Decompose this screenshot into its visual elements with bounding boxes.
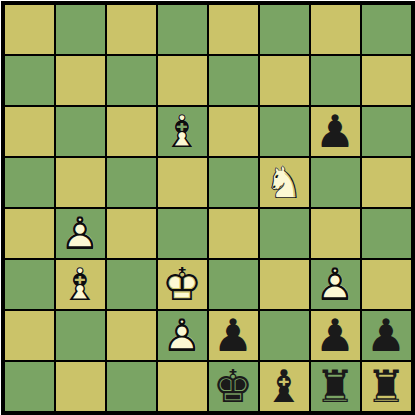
black-piece-glyph: ♚ — [209, 362, 258, 411]
square-c1[interactable] — [107, 362, 156, 411]
square-g1[interactable]: ♜ — [311, 362, 360, 411]
white-piece-outline-glyph: ♗ — [158, 107, 207, 156]
square-e3[interactable] — [209, 260, 258, 309]
square-a3[interactable] — [5, 260, 54, 309]
square-b5[interactable] — [56, 158, 105, 207]
white-piece-outline-glyph: ♙ — [311, 260, 360, 309]
square-g6[interactable]: ♟ — [311, 107, 360, 156]
black-piece-glyph: ♜ — [311, 362, 360, 411]
square-f8[interactable] — [260, 5, 309, 54]
square-c7[interactable] — [107, 56, 156, 105]
piece-black-pawn[interactable]: ♟ — [362, 311, 411, 360]
piece-black-pawn[interactable]: ♟ — [311, 107, 360, 156]
piece-white-bishop[interactable]: ♝♗ — [158, 107, 207, 156]
piece-black-king[interactable]: ♚ — [209, 362, 258, 411]
white-piece-outline-glyph: ♙ — [56, 209, 105, 258]
piece-white-pawn[interactable]: ♟♙ — [158, 311, 207, 360]
square-c3[interactable] — [107, 260, 156, 309]
square-h7[interactable] — [362, 56, 411, 105]
square-a8[interactable] — [5, 5, 54, 54]
square-e4[interactable] — [209, 209, 258, 258]
square-e7[interactable] — [209, 56, 258, 105]
square-b1[interactable] — [56, 362, 105, 411]
piece-white-pawn[interactable]: ♟♙ — [56, 209, 105, 258]
black-piece-glyph: ♜ — [362, 362, 411, 411]
square-c8[interactable] — [107, 5, 156, 54]
square-f6[interactable] — [260, 107, 309, 156]
square-a1[interactable] — [5, 362, 54, 411]
black-piece-glyph: ♟ — [209, 311, 258, 360]
square-a7[interactable] — [5, 56, 54, 105]
square-h2[interactable]: ♟ — [362, 311, 411, 360]
piece-white-pawn[interactable]: ♟♙ — [311, 260, 360, 309]
square-a6[interactable] — [5, 107, 54, 156]
square-h6[interactable] — [362, 107, 411, 156]
black-piece-glyph: ♟ — [362, 311, 411, 360]
square-f2[interactable] — [260, 311, 309, 360]
square-d8[interactable] — [158, 5, 207, 54]
piece-black-bishop[interactable]: ♝ — [260, 362, 309, 411]
square-d1[interactable] — [158, 362, 207, 411]
white-piece-outline-glyph: ♘ — [260, 158, 309, 207]
piece-black-rook[interactable]: ♜ — [311, 362, 360, 411]
square-a2[interactable] — [5, 311, 54, 360]
square-g4[interactable] — [311, 209, 360, 258]
piece-white-knight[interactable]: ♞♘ — [260, 158, 309, 207]
square-c6[interactable] — [107, 107, 156, 156]
square-c4[interactable] — [107, 209, 156, 258]
square-h8[interactable] — [362, 5, 411, 54]
chess-board: ♝♗♟♞♘♟♙♝♗♚♔♟♙♟♙♟♟♟♚♝♜♜ — [1, 1, 415, 415]
square-d2[interactable]: ♟♙ — [158, 311, 207, 360]
square-f4[interactable] — [260, 209, 309, 258]
square-f3[interactable] — [260, 260, 309, 309]
square-d6[interactable]: ♝♗ — [158, 107, 207, 156]
square-a4[interactable] — [5, 209, 54, 258]
piece-black-rook[interactable]: ♜ — [362, 362, 411, 411]
piece-black-pawn[interactable]: ♟ — [311, 311, 360, 360]
white-piece-outline-glyph: ♙ — [158, 311, 207, 360]
square-e8[interactable] — [209, 5, 258, 54]
square-h5[interactable] — [362, 158, 411, 207]
square-g3[interactable]: ♟♙ — [311, 260, 360, 309]
square-d5[interactable] — [158, 158, 207, 207]
piece-black-pawn[interactable]: ♟ — [209, 311, 258, 360]
square-a5[interactable] — [5, 158, 54, 207]
piece-white-bishop[interactable]: ♝♗ — [56, 260, 105, 309]
square-b3[interactable]: ♝♗ — [56, 260, 105, 309]
square-g5[interactable] — [311, 158, 360, 207]
square-b4[interactable]: ♟♙ — [56, 209, 105, 258]
square-b7[interactable] — [56, 56, 105, 105]
square-h4[interactable] — [362, 209, 411, 258]
square-d4[interactable] — [158, 209, 207, 258]
piece-white-king[interactable]: ♚♔ — [158, 260, 207, 309]
square-d7[interactable] — [158, 56, 207, 105]
black-piece-glyph: ♟ — [311, 107, 360, 156]
square-h3[interactable] — [362, 260, 411, 309]
white-piece-outline-glyph: ♔ — [158, 260, 207, 309]
square-c2[interactable] — [107, 311, 156, 360]
square-g2[interactable]: ♟ — [311, 311, 360, 360]
square-g7[interactable] — [311, 56, 360, 105]
square-f7[interactable] — [260, 56, 309, 105]
square-f5[interactable]: ♞♘ — [260, 158, 309, 207]
square-g8[interactable] — [311, 5, 360, 54]
square-e1[interactable]: ♚ — [209, 362, 258, 411]
square-b6[interactable] — [56, 107, 105, 156]
square-e6[interactable] — [209, 107, 258, 156]
square-b2[interactable] — [56, 311, 105, 360]
square-c5[interactable] — [107, 158, 156, 207]
square-f1[interactable]: ♝ — [260, 362, 309, 411]
black-piece-glyph: ♟ — [311, 311, 360, 360]
black-piece-glyph: ♝ — [260, 362, 309, 411]
square-h1[interactable]: ♜ — [362, 362, 411, 411]
square-d3[interactable]: ♚♔ — [158, 260, 207, 309]
square-b8[interactable] — [56, 5, 105, 54]
white-piece-outline-glyph: ♗ — [56, 260, 105, 309]
square-e5[interactable] — [209, 158, 258, 207]
square-e2[interactable]: ♟ — [209, 311, 258, 360]
chess-board-wrapper: ♝♗♟♞♘♟♙♝♗♚♔♟♙♟♙♟♟♟♚♝♜♜ — [0, 0, 415, 415]
